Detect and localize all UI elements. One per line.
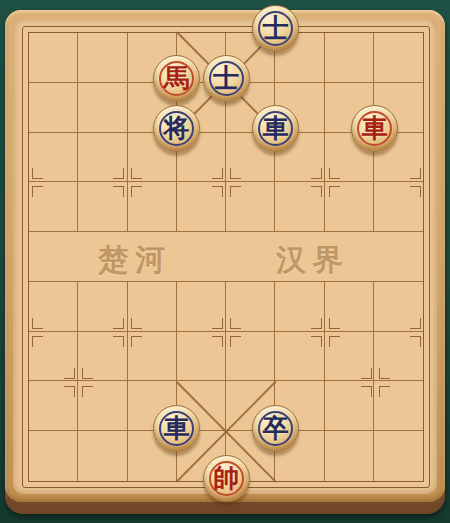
board-cell (29, 232, 78, 282)
point-marker (311, 336, 322, 347)
point-marker (361, 386, 372, 397)
piece-black-advisor[interactable]: 士 (252, 5, 299, 52)
point-marker (131, 336, 142, 347)
point-marker (230, 318, 241, 329)
piece-black-advisor[interactable]: 士 (203, 55, 250, 102)
point-marker (410, 168, 421, 179)
point-marker (32, 168, 43, 179)
point-marker (361, 368, 372, 379)
point-marker (329, 168, 340, 179)
board-cell (78, 83, 127, 133)
piece-red-horse[interactable]: 馬 (153, 55, 200, 102)
point-marker (329, 318, 340, 329)
point-marker (212, 318, 223, 329)
piece-glyph: 士 (204, 56, 249, 101)
piece-black-general[interactable]: 将 (153, 105, 200, 152)
point-marker (212, 336, 223, 347)
board-cell (226, 232, 275, 282)
board-cell (374, 33, 423, 83)
river-label-left: 楚河 (98, 240, 172, 281)
point-marker (131, 318, 142, 329)
point-marker (64, 368, 75, 379)
point-marker (82, 386, 93, 397)
board-cell (374, 431, 423, 481)
point-marker (379, 368, 390, 379)
board-cell (29, 431, 78, 481)
board-cell (29, 33, 78, 83)
board-cell (374, 232, 423, 282)
point-marker (410, 318, 421, 329)
point-marker (212, 186, 223, 197)
piece-glyph: 帥 (204, 456, 249, 501)
board-cell (325, 33, 374, 83)
board-cell (29, 83, 78, 133)
point-marker (212, 168, 223, 179)
point-marker (32, 318, 43, 329)
piece-glyph: 将 (154, 106, 199, 151)
board-cell (325, 431, 374, 481)
point-marker (410, 186, 421, 197)
piece-glyph: 卒 (253, 406, 298, 451)
point-marker (230, 186, 241, 197)
point-marker (32, 336, 43, 347)
piece-glyph: 車 (154, 406, 199, 451)
point-marker (82, 368, 93, 379)
piece-black-soldier[interactable]: 卒 (252, 405, 299, 452)
point-marker (329, 186, 340, 197)
piece-black-chariot[interactable]: 車 (153, 405, 200, 452)
point-marker (230, 336, 241, 347)
point-marker (311, 186, 322, 197)
point-marker (311, 168, 322, 179)
piece-red-general[interactable]: 帥 (203, 455, 250, 502)
point-marker (131, 168, 142, 179)
point-marker (379, 386, 390, 397)
river-label-right: 汉界 (276, 240, 350, 281)
point-marker (113, 336, 124, 347)
point-marker (64, 386, 75, 397)
point-marker (32, 186, 43, 197)
board-cell (177, 232, 226, 282)
xiangqi-board-screen: 楚河 汉界 士馬士将車車車卒帥 (0, 0, 450, 523)
piece-glyph: 車 (253, 106, 298, 151)
point-marker (113, 168, 124, 179)
point-marker (113, 186, 124, 197)
point-marker (410, 336, 421, 347)
point-marker (113, 318, 124, 329)
piece-glyph: 馬 (154, 56, 199, 101)
point-marker (131, 186, 142, 197)
board-cell (78, 431, 127, 481)
piece-glyph: 士 (253, 6, 298, 51)
point-marker (329, 336, 340, 347)
piece-glyph: 車 (352, 106, 397, 151)
point-marker (311, 318, 322, 329)
piece-black-chariot[interactable]: 車 (252, 105, 299, 152)
point-marker (230, 168, 241, 179)
board-cell (78, 33, 127, 83)
piece-red-chariot[interactable]: 車 (351, 105, 398, 152)
